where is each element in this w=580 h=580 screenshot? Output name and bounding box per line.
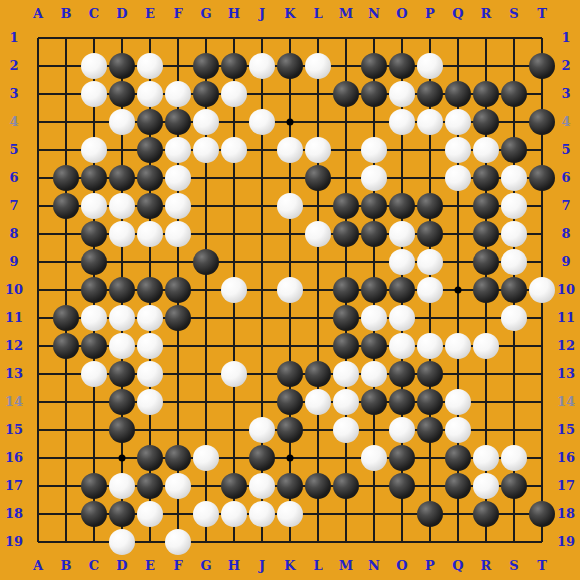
black-stone-O2 (389, 53, 415, 79)
black-stone-M10 (333, 277, 359, 303)
black-stone-H2 (221, 53, 247, 79)
black-stone-D15 (109, 417, 135, 443)
white-stone-F3 (165, 81, 191, 107)
black-stone-D2 (109, 53, 135, 79)
column-label-top: N (360, 0, 388, 28)
row-label-right: 16 (552, 444, 580, 472)
white-stone-H13 (221, 361, 247, 387)
black-stone-P7 (417, 193, 443, 219)
black-stone-M17 (333, 473, 359, 499)
black-stone-N10 (361, 277, 387, 303)
black-stone-E10 (137, 277, 163, 303)
white-stone-S16 (501, 445, 527, 471)
black-stone-B11 (53, 305, 79, 331)
white-stone-G16 (193, 445, 219, 471)
black-stone-P13 (417, 361, 443, 387)
white-stone-E13 (137, 361, 163, 387)
row-label-right: 13 (552, 360, 580, 388)
white-stone-K10 (277, 277, 303, 303)
white-stone-G18 (193, 501, 219, 527)
black-stone-M12 (333, 333, 359, 359)
white-stone-N16 (361, 445, 387, 471)
black-stone-O17 (389, 473, 415, 499)
black-stone-T6 (529, 165, 555, 191)
white-stone-D11 (109, 305, 135, 331)
black-stone-D10 (109, 277, 135, 303)
black-stone-Q16 (445, 445, 471, 471)
black-stone-T18 (529, 501, 555, 527)
white-stone-O4 (389, 109, 415, 135)
column-label-bottom: O (388, 552, 416, 580)
black-stone-R18 (473, 501, 499, 527)
black-stone-D6 (109, 165, 135, 191)
row-label-left: 15 (0, 416, 28, 444)
row-label-right: 12 (552, 332, 580, 360)
black-stone-F11 (165, 305, 191, 331)
white-stone-S9 (501, 249, 527, 275)
star-point (287, 455, 294, 462)
column-label-top: Q (444, 0, 472, 28)
row-label-right: 17 (552, 472, 580, 500)
column-label-top: P (416, 0, 444, 28)
row-label-right: 18 (552, 500, 580, 528)
white-stone-E3 (137, 81, 163, 107)
row-label-right: 14 (552, 388, 580, 416)
row-label-right: 8 (552, 220, 580, 248)
column-label-top: H (220, 0, 248, 28)
white-stone-Q4 (445, 109, 471, 135)
black-stone-D18 (109, 501, 135, 527)
go-board[interactable]: AABBCCDDEEFFGGHHJJKKLLMMNNOOPPQQRRSSTT11… (0, 0, 580, 580)
white-stone-H10 (221, 277, 247, 303)
black-stone-M11 (333, 305, 359, 331)
column-label-bottom: A (24, 552, 52, 580)
black-stone-R9 (473, 249, 499, 275)
white-stone-C5 (81, 137, 107, 163)
white-stone-N11 (361, 305, 387, 331)
white-stone-L5 (305, 137, 331, 163)
white-stone-N6 (361, 165, 387, 191)
white-stone-T10 (529, 277, 555, 303)
column-label-top: E (136, 0, 164, 28)
black-stone-N14 (361, 389, 387, 415)
white-stone-E8 (137, 221, 163, 247)
white-stone-P12 (417, 333, 443, 359)
white-stone-C3 (81, 81, 107, 107)
white-stone-S7 (501, 193, 527, 219)
black-stone-E6 (137, 165, 163, 191)
black-stone-B6 (53, 165, 79, 191)
white-stone-M15 (333, 417, 359, 443)
black-stone-T4 (529, 109, 555, 135)
white-stone-R16 (473, 445, 499, 471)
black-stone-D14 (109, 389, 135, 415)
black-stone-S10 (501, 277, 527, 303)
row-label-right: 10 (552, 276, 580, 304)
white-stone-D17 (109, 473, 135, 499)
black-stone-O10 (389, 277, 415, 303)
column-label-bottom: T (528, 552, 556, 580)
column-label-top: S (500, 0, 528, 28)
row-label-left: 11 (0, 304, 28, 332)
black-stone-H17 (221, 473, 247, 499)
white-stone-Q14 (445, 389, 471, 415)
black-stone-P18 (417, 501, 443, 527)
black-stone-C18 (81, 501, 107, 527)
column-label-bottom: Q (444, 552, 472, 580)
column-label-bottom: D (108, 552, 136, 580)
white-stone-G4 (193, 109, 219, 135)
black-stone-G3 (193, 81, 219, 107)
column-label-top: C (80, 0, 108, 28)
black-stone-C17 (81, 473, 107, 499)
star-point (119, 455, 126, 462)
black-stone-G2 (193, 53, 219, 79)
row-label-right: 4 (552, 108, 580, 136)
row-label-left: 16 (0, 444, 28, 472)
column-label-bottom: M (332, 552, 360, 580)
black-stone-M3 (333, 81, 359, 107)
white-stone-Q15 (445, 417, 471, 443)
white-stone-N5 (361, 137, 387, 163)
column-label-bottom: R (472, 552, 500, 580)
white-stone-K5 (277, 137, 303, 163)
white-stone-D19 (109, 529, 135, 555)
row-label-left: 5 (0, 136, 28, 164)
white-stone-F5 (165, 137, 191, 163)
black-stone-Q3 (445, 81, 471, 107)
row-label-left: 7 (0, 192, 28, 220)
black-stone-K15 (277, 417, 303, 443)
column-label-bottom: H (220, 552, 248, 580)
white-stone-L8 (305, 221, 331, 247)
white-stone-E2 (137, 53, 163, 79)
black-stone-K2 (277, 53, 303, 79)
row-label-left: 18 (0, 500, 28, 528)
white-stone-E14 (137, 389, 163, 415)
black-stone-E16 (137, 445, 163, 471)
column-label-top: R (472, 0, 500, 28)
white-stone-R12 (473, 333, 499, 359)
row-label-right: 11 (552, 304, 580, 332)
column-label-bottom: P (416, 552, 444, 580)
white-stone-D8 (109, 221, 135, 247)
white-stone-C7 (81, 193, 107, 219)
white-stone-O12 (389, 333, 415, 359)
white-stone-C13 (81, 361, 107, 387)
black-stone-R6 (473, 165, 499, 191)
white-stone-C2 (81, 53, 107, 79)
column-label-bottom: F (164, 552, 192, 580)
white-stone-G5 (193, 137, 219, 163)
row-label-right: 9 (552, 248, 580, 276)
white-stone-J17 (249, 473, 275, 499)
row-label-right: 2 (552, 52, 580, 80)
black-stone-L17 (305, 473, 331, 499)
white-stone-K7 (277, 193, 303, 219)
white-stone-R5 (473, 137, 499, 163)
white-stone-P10 (417, 277, 443, 303)
white-stone-F7 (165, 193, 191, 219)
column-label-bottom: S (500, 552, 528, 580)
black-stone-R3 (473, 81, 499, 107)
black-stone-C9 (81, 249, 107, 275)
black-stone-O7 (389, 193, 415, 219)
black-stone-P3 (417, 81, 443, 107)
column-label-top: J (248, 0, 276, 28)
black-stone-S17 (501, 473, 527, 499)
white-stone-D4 (109, 109, 135, 135)
column-label-top: L (304, 0, 332, 28)
row-label-right: 1 (552, 24, 580, 52)
black-stone-T2 (529, 53, 555, 79)
black-stone-C6 (81, 165, 107, 191)
black-stone-K13 (277, 361, 303, 387)
black-stone-B12 (53, 333, 79, 359)
black-stone-D13 (109, 361, 135, 387)
white-stone-Q5 (445, 137, 471, 163)
white-stone-P9 (417, 249, 443, 275)
white-stone-D7 (109, 193, 135, 219)
column-label-bottom: G (192, 552, 220, 580)
white-stone-H18 (221, 501, 247, 527)
white-stone-O11 (389, 305, 415, 331)
row-label-left: 17 (0, 472, 28, 500)
black-stone-E7 (137, 193, 163, 219)
white-stone-F8 (165, 221, 191, 247)
column-label-top: D (108, 0, 136, 28)
column-label-bottom: K (276, 552, 304, 580)
white-stone-E12 (137, 333, 163, 359)
black-stone-L6 (305, 165, 331, 191)
black-stone-J16 (249, 445, 275, 471)
white-stone-F6 (165, 165, 191, 191)
black-stone-N12 (361, 333, 387, 359)
column-label-bottom: B (52, 552, 80, 580)
black-stone-E5 (137, 137, 163, 163)
row-label-right: 6 (552, 164, 580, 192)
black-stone-O16 (389, 445, 415, 471)
row-label-right: 7 (552, 192, 580, 220)
row-label-left: 3 (0, 80, 28, 108)
white-stone-S6 (501, 165, 527, 191)
black-stone-R7 (473, 193, 499, 219)
white-stone-E11 (137, 305, 163, 331)
black-stone-F4 (165, 109, 191, 135)
white-stone-M13 (333, 361, 359, 387)
black-stone-S5 (501, 137, 527, 163)
black-stone-C8 (81, 221, 107, 247)
black-stone-C10 (81, 277, 107, 303)
row-label-left: 12 (0, 332, 28, 360)
black-stone-R8 (473, 221, 499, 247)
white-stone-M14 (333, 389, 359, 415)
row-label-left: 19 (0, 528, 28, 556)
black-stone-K17 (277, 473, 303, 499)
column-label-bottom: E (136, 552, 164, 580)
row-label-left: 8 (0, 220, 28, 248)
white-stone-O8 (389, 221, 415, 247)
row-label-right: 15 (552, 416, 580, 444)
white-stone-P4 (417, 109, 443, 135)
black-stone-N7 (361, 193, 387, 219)
white-stone-J4 (249, 109, 275, 135)
white-stone-F19 (165, 529, 191, 555)
black-stone-S3 (501, 81, 527, 107)
column-label-top: B (52, 0, 80, 28)
row-label-left: 9 (0, 248, 28, 276)
star-point (455, 287, 462, 294)
column-label-bottom: L (304, 552, 332, 580)
black-stone-N2 (361, 53, 387, 79)
white-stone-O15 (389, 417, 415, 443)
black-stone-F16 (165, 445, 191, 471)
white-stone-L2 (305, 53, 331, 79)
white-stone-L14 (305, 389, 331, 415)
white-stone-C11 (81, 305, 107, 331)
black-stone-E4 (137, 109, 163, 135)
row-label-left: 13 (0, 360, 28, 388)
black-stone-P15 (417, 417, 443, 443)
white-stone-D12 (109, 333, 135, 359)
black-stone-R10 (473, 277, 499, 303)
row-label-left: 2 (0, 52, 28, 80)
white-stone-S11 (501, 305, 527, 331)
column-label-top: O (388, 0, 416, 28)
column-label-top: F (164, 0, 192, 28)
row-label-left: 6 (0, 164, 28, 192)
black-stone-F10 (165, 277, 191, 303)
white-stone-P2 (417, 53, 443, 79)
black-stone-R4 (473, 109, 499, 135)
star-point (287, 119, 294, 126)
black-stone-N3 (361, 81, 387, 107)
white-stone-J18 (249, 501, 275, 527)
column-label-top: M (332, 0, 360, 28)
white-stone-Q6 (445, 165, 471, 191)
black-stone-G9 (193, 249, 219, 275)
black-stone-P8 (417, 221, 443, 247)
white-stone-H5 (221, 137, 247, 163)
white-stone-E18 (137, 501, 163, 527)
white-stone-N13 (361, 361, 387, 387)
black-stone-B7 (53, 193, 79, 219)
black-stone-O13 (389, 361, 415, 387)
column-label-bottom: C (80, 552, 108, 580)
black-stone-D3 (109, 81, 135, 107)
row-label-right: 3 (552, 80, 580, 108)
white-stone-J15 (249, 417, 275, 443)
row-label-left: 4 (0, 108, 28, 136)
row-label-right: 19 (552, 528, 580, 556)
white-stone-K18 (277, 501, 303, 527)
white-stone-Q12 (445, 333, 471, 359)
black-stone-P14 (417, 389, 443, 415)
black-stone-M8 (333, 221, 359, 247)
column-label-top: K (276, 0, 304, 28)
row-label-left: 10 (0, 276, 28, 304)
black-stone-O14 (389, 389, 415, 415)
white-stone-H3 (221, 81, 247, 107)
column-label-top: G (192, 0, 220, 28)
black-stone-K14 (277, 389, 303, 415)
black-stone-N8 (361, 221, 387, 247)
column-label-top: A (24, 0, 52, 28)
black-stone-C12 (81, 333, 107, 359)
row-label-left: 1 (0, 24, 28, 52)
black-stone-M7 (333, 193, 359, 219)
white-stone-O3 (389, 81, 415, 107)
black-stone-E17 (137, 473, 163, 499)
black-stone-Q17 (445, 473, 471, 499)
white-stone-S8 (501, 221, 527, 247)
white-stone-O9 (389, 249, 415, 275)
white-stone-R17 (473, 473, 499, 499)
black-stone-L13 (305, 361, 331, 387)
white-stone-J2 (249, 53, 275, 79)
row-label-left: 14 (0, 388, 28, 416)
column-label-bottom: J (248, 552, 276, 580)
column-label-bottom: N (360, 552, 388, 580)
white-stone-F17 (165, 473, 191, 499)
row-label-right: 5 (552, 136, 580, 164)
